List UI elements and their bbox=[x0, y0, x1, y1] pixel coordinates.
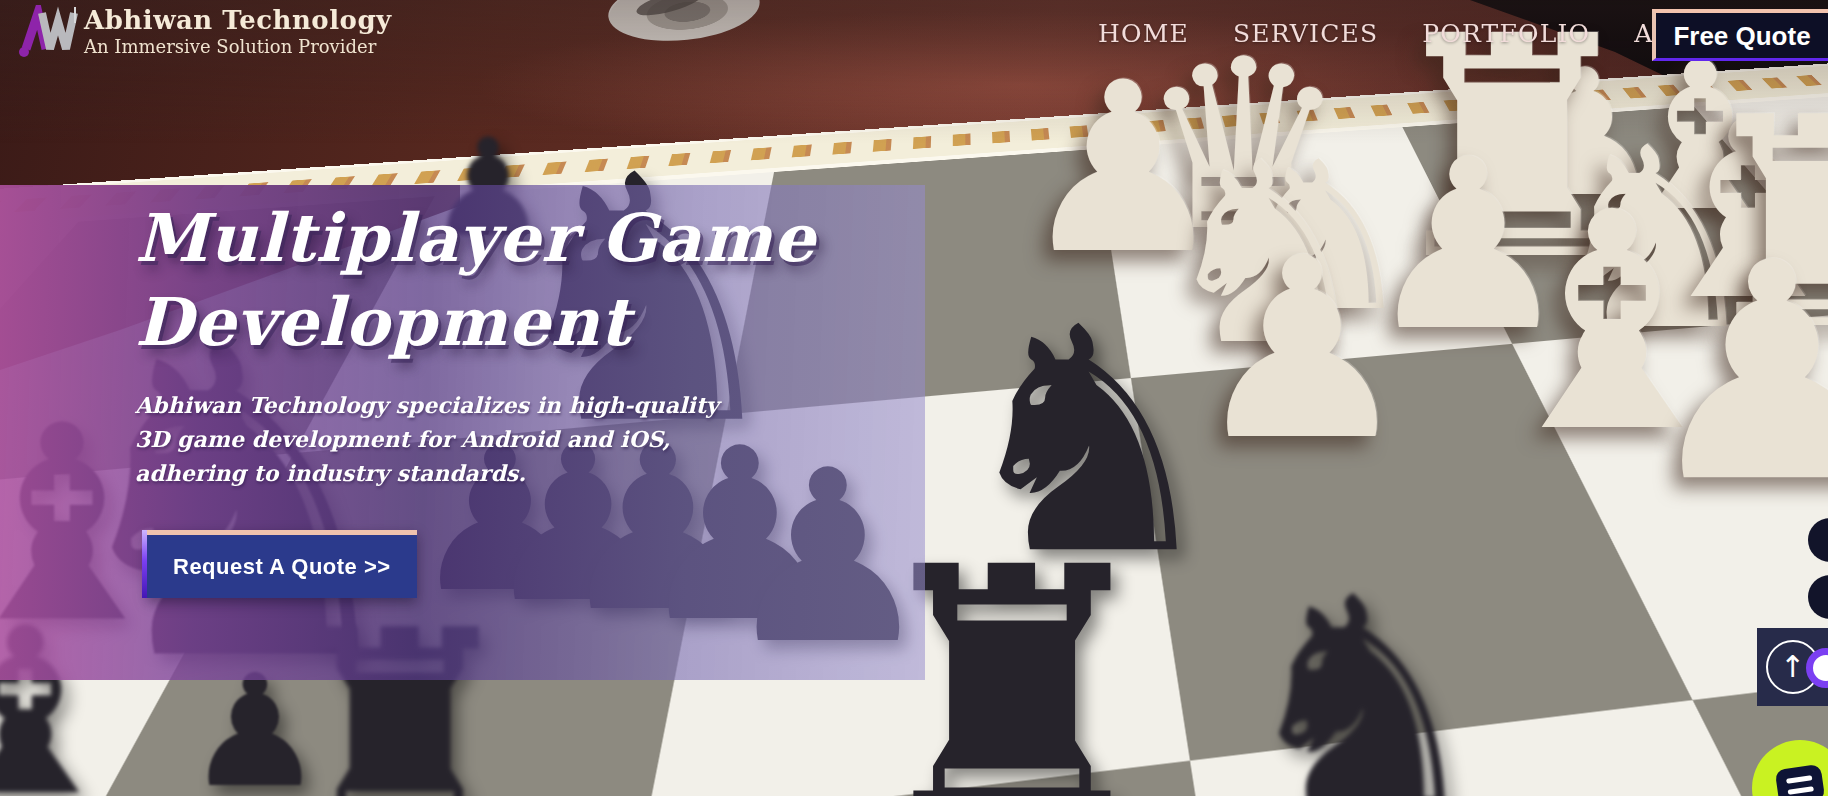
scroll-to-top-button[interactable]: ↑ bbox=[1757, 628, 1828, 706]
logo-text: Abhiwan Technology An Immersive Solution… bbox=[84, 5, 392, 58]
page-title: Multiplayer Game Development bbox=[135, 196, 816, 364]
description-line-1: Abhiwan Technology specializes in high-q… bbox=[135, 388, 816, 422]
nav-item-portfolio[interactable]: PORTFOLIO bbox=[1422, 20, 1590, 48]
hero-content: Multiplayer Game Development Abhiwan Tec… bbox=[135, 196, 816, 598]
site-header: Abhiwan Technology An Immersive Solution… bbox=[0, 0, 1828, 75]
nav-item-home[interactable]: HOME bbox=[1098, 20, 1189, 48]
piece-white-pawn-right-b: ♟ bbox=[1638, 224, 1828, 524]
description-line-2: 3D game development for Android and iOS, bbox=[135, 422, 816, 456]
logo-title: Abhiwan Technology bbox=[84, 5, 392, 35]
hero-description: Abhiwan Technology specializes in high-q… bbox=[135, 388, 816, 490]
description-line-3: adhering to industry standards. bbox=[135, 456, 816, 490]
nav-item-services[interactable]: SERVICES bbox=[1233, 20, 1378, 48]
chat-bubble-icon bbox=[1775, 764, 1826, 796]
piece-black-knight-front: ♞ bbox=[1232, 560, 1492, 796]
title-line-2: Development bbox=[135, 280, 816, 364]
main-nav: HOME SERVICES PORTFOLIO ABOUT bbox=[1098, 20, 1735, 48]
logo[interactable]: Abhiwan Technology An Immersive Solution… bbox=[16, 5, 392, 65]
aw-monogram-icon bbox=[16, 5, 80, 65]
logo-subtitle: An Immersive Solution Provider bbox=[84, 36, 392, 58]
request-quote-button[interactable]: Request A Quote >> bbox=[147, 530, 417, 598]
title-line-1: Multiplayer Game bbox=[135, 196, 816, 280]
page: ♞♝♞♟♟♟♟♟♟♛♟♞♞♟♟♝♜♟♞♝♝♜♟♞♜♞♟♜♝ Multiplaye… bbox=[0, 0, 1828, 796]
free-quote-button[interactable]: Free Quote bbox=[1652, 9, 1828, 61]
